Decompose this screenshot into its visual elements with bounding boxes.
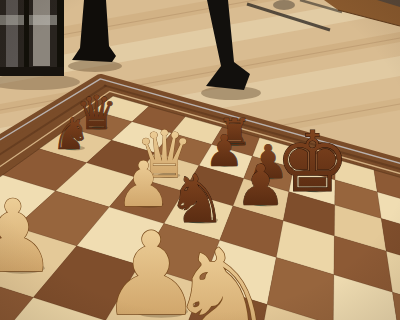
piece-black-king-f7[interactable]: ♚ [275, 114, 350, 211]
pawn-glyph: ♟ [0, 179, 58, 294]
knight-glyph: ♞ [51, 108, 90, 159]
piece-black-pawn-e6[interactable]: ♟ [235, 153, 286, 218]
piece-white-knight-e3[interactable]: ♞ [167, 223, 277, 320]
blurred-leg-foot [273, 0, 295, 10]
piece-black-knight-a6[interactable]: ♞ [51, 108, 90, 159]
knight-glyph: ♞ [167, 223, 277, 320]
glass-cabinet [0, 0, 64, 76]
king-glyph: ♚ [275, 114, 350, 211]
leg-shadow [68, 60, 122, 72]
scene-canvas: ♛♜♞♟♛♟♚♟♟♞♞♟♟♞ [0, 0, 400, 320]
pawn-glyph: ♟ [235, 153, 286, 218]
chess-photo-scene: ♛♜♞♟♛♟♚♟♟♞♞♟♟♞ [0, 0, 400, 320]
piece-white-pawn-b3[interactable]: ♟ [0, 179, 58, 294]
